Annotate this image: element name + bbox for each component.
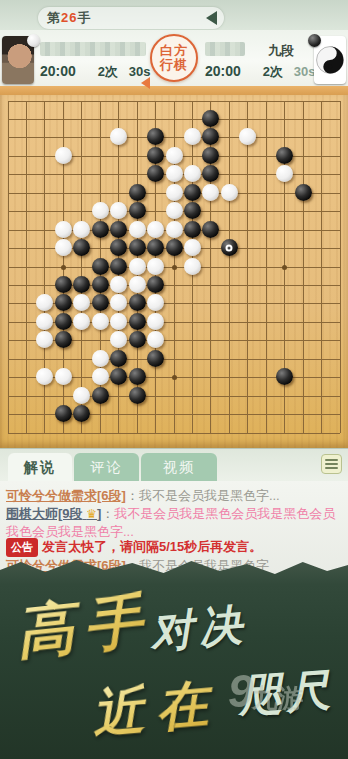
player-info-bar: 20:00 2次 30s 白方 行棋 九段 20:00 2次 30s <box>0 30 348 86</box>
white-stone <box>166 184 183 201</box>
white-stone <box>36 368 53 385</box>
black-stone <box>92 387 109 404</box>
banner-calligraphy-2: 对决 <box>148 596 251 662</box>
grid-line-v <box>229 101 230 433</box>
left-byoyomi-periods: 2次 <box>98 63 118 81</box>
grid-line-v <box>247 101 248 433</box>
right-byoyomi-time: 30s <box>294 64 316 79</box>
black-stone <box>184 221 201 238</box>
black-stone <box>129 184 146 201</box>
tab-video[interactable]: 视频 <box>141 453 217 482</box>
black-stone <box>202 221 219 238</box>
black-stone <box>202 128 219 145</box>
go-board[interactable] <box>0 95 348 448</box>
white-stone <box>92 313 109 330</box>
white-stone <box>129 276 146 293</box>
left-player-clock-row: 20:00 2次 30s <box>40 63 151 81</box>
tab-bar: 解说 评论 视频 <box>0 448 348 481</box>
black-stone <box>129 313 146 330</box>
star-point <box>61 265 66 270</box>
star-point <box>172 265 177 270</box>
white-stone <box>92 350 109 367</box>
move-counter-pill: 第26手 <box>38 7 224 29</box>
white-stone <box>147 313 164 330</box>
black-stone <box>55 331 72 348</box>
turn-indicator-stamp: 白方 行棋 <box>150 34 198 82</box>
white-stone <box>73 387 90 404</box>
white-stone <box>276 165 293 182</box>
black-stone <box>73 405 90 422</box>
turn-stamp-line1: 白方 <box>160 44 188 58</box>
black-stone <box>92 276 109 293</box>
white-stone <box>92 202 109 219</box>
white-stone <box>129 221 146 238</box>
black-stone <box>184 184 201 201</box>
white-stone <box>147 294 164 311</box>
black-stone <box>147 147 164 164</box>
white-stone <box>166 147 183 164</box>
white-stone <box>147 221 164 238</box>
grid-line-v <box>340 101 341 433</box>
announcement-badge: 公告 <box>6 538 38 557</box>
white-stone <box>73 294 90 311</box>
white-stone <box>36 313 53 330</box>
black-stone <box>147 239 164 256</box>
white-stone <box>166 202 183 219</box>
white-stone <box>202 184 219 201</box>
chat-username[interactable]: 围棋大师[9段 ♛] <box>6 506 101 521</box>
white-stone <box>166 165 183 182</box>
black-stone <box>129 294 146 311</box>
black-stone <box>147 165 164 182</box>
white-stone <box>55 147 72 164</box>
white-stone <box>110 202 127 219</box>
left-player-name-censored <box>40 42 146 56</box>
chat-panel-icon[interactable] <box>321 454 342 474</box>
right-player-rank: 九段 <box>268 42 294 60</box>
turn-stamp-line2: 行棋 <box>160 58 188 72</box>
black-stone <box>202 110 219 127</box>
white-stone <box>184 258 201 275</box>
black-stone <box>110 368 127 385</box>
right-player-name-censored <box>205 42 245 56</box>
white-stone <box>239 128 256 145</box>
white-stone <box>73 221 90 238</box>
black-stone <box>110 239 127 256</box>
banner-calligraphy-3: 近在 <box>89 669 223 750</box>
grid-line-v <box>303 101 304 433</box>
black-stone <box>73 276 90 293</box>
black-stone <box>55 276 72 293</box>
black-stone <box>147 128 164 145</box>
yin-yang-icon <box>316 46 344 74</box>
grid-line-h <box>8 396 340 397</box>
white-stone <box>166 221 183 238</box>
black-stone <box>129 202 146 219</box>
announcement-message: 公告发言太快了，请间隔5/15秒后再发言。 <box>6 538 344 557</box>
chat-message: 可怜兮兮做需求[6段]：我不是会员我是黑色字... <box>6 487 344 504</box>
grid-line-h <box>8 433 340 434</box>
white-stone <box>147 258 164 275</box>
left-main-clock: 20:00 <box>40 63 76 79</box>
chat-text: 我不是会员我是黑色字... <box>139 488 280 503</box>
black-stone <box>92 258 109 275</box>
black-stone <box>92 221 109 238</box>
right-main-clock: 20:00 <box>205 63 241 79</box>
promo-banner[interactable]: 高手 对决 近在 咫尺 9九游 <box>0 556 348 759</box>
black-stone <box>166 239 183 256</box>
star-point <box>282 265 287 270</box>
black-stone <box>129 387 146 404</box>
right-byoyomi-periods: 2次 <box>263 63 283 81</box>
grid-line-v <box>266 101 267 433</box>
black-stone <box>92 294 109 311</box>
white-stone <box>55 221 72 238</box>
white-stone <box>184 128 201 145</box>
black-stone <box>276 368 293 385</box>
white-stone-indicator <box>27 34 40 47</box>
white-stone <box>184 165 201 182</box>
black-stone <box>295 184 312 201</box>
tab-commentary[interactable]: 解说 <box>8 453 72 482</box>
white-stone <box>129 258 146 275</box>
white-stone <box>110 128 127 145</box>
turn-stamp-pointer <box>141 77 150 89</box>
white-stone <box>55 368 72 385</box>
move-number: 26 <box>61 10 77 25</box>
white-stone <box>110 294 127 311</box>
black-stone <box>202 165 219 182</box>
black-stone <box>184 202 201 219</box>
grid-line-v <box>321 101 322 433</box>
white-stone <box>147 331 164 348</box>
back-arrow-icon[interactable] <box>206 11 217 25</box>
last-move-marker <box>226 244 233 251</box>
black-stone <box>73 239 90 256</box>
chat-message: 围棋大师[9段 ♛]：我不是会员我是黑色会员我是黑色会员我色会员我是黑色字... <box>6 505 344 540</box>
black-stone <box>55 313 72 330</box>
white-stone <box>110 313 127 330</box>
black-stone <box>129 368 146 385</box>
black-stone <box>110 258 127 275</box>
white-stone <box>36 294 53 311</box>
wood-trim-strip <box>0 86 348 95</box>
white-stone <box>55 239 72 256</box>
move-counter-label: 第26手 <box>47 9 91 27</box>
white-stone <box>110 331 127 348</box>
go-app-screen: 第26手 20:00 2次 30s 白方 行棋 九段 20:00 2次 30s <box>0 0 348 759</box>
right-player-clock-row: 20:00 2次 30s <box>205 63 316 81</box>
black-stone <box>129 331 146 348</box>
black-stone <box>55 294 72 311</box>
black-stone <box>147 350 164 367</box>
black-stone <box>147 276 164 293</box>
black-stone-indicator <box>308 34 321 47</box>
white-stone <box>92 368 109 385</box>
white-stone <box>184 239 201 256</box>
black-stone <box>110 350 127 367</box>
banner-calligraphy-1: 高手 <box>12 581 155 673</box>
grid-line-h <box>8 359 340 360</box>
chat-username[interactable]: 可怜兮兮做需求[6段] <box>6 488 126 503</box>
black-stone <box>202 147 219 164</box>
white-stone <box>110 276 127 293</box>
star-point <box>172 375 177 380</box>
tab-comments[interactable]: 评论 <box>74 453 139 482</box>
black-stone <box>129 239 146 256</box>
black-stone <box>55 405 72 422</box>
announcement-text: 发言太快了，请间隔5/15秒后再发言。 <box>42 539 262 554</box>
white-stone <box>36 331 53 348</box>
black-stone <box>276 147 293 164</box>
jiuyou-watermark: 9九游 <box>228 664 304 718</box>
header-bar: 第26手 <box>0 0 348 30</box>
crown-icon: ♛ <box>86 507 97 521</box>
white-stone <box>221 184 238 201</box>
black-stone <box>221 239 238 256</box>
black-stone <box>110 221 127 238</box>
white-stone <box>73 313 90 330</box>
